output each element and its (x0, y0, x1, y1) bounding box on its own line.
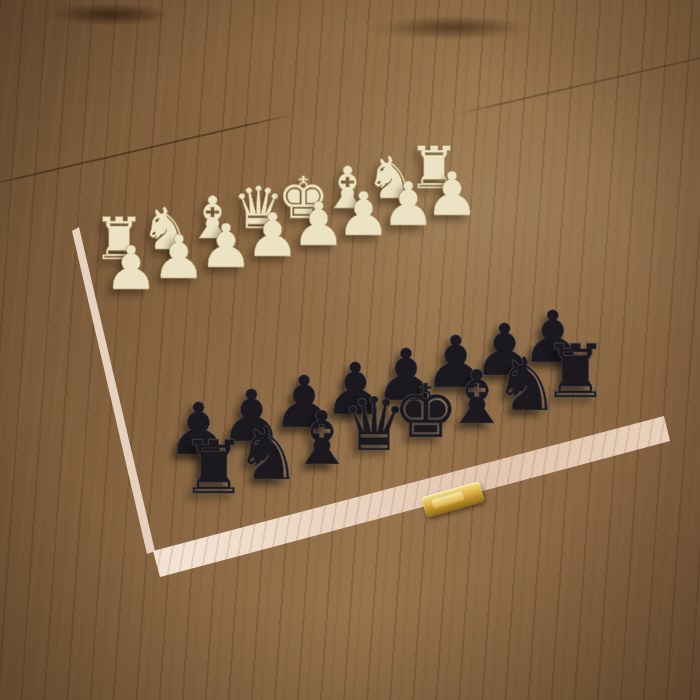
brass-clasp-plate (430, 490, 466, 510)
wood-knot (60, 4, 170, 26)
wood-knot (390, 16, 520, 38)
piece-white-pawn[interactable]: ♟ (104, 237, 158, 297)
piece-white-pawn[interactable]: ♟ (425, 163, 479, 223)
piece-white-pawn[interactable]: ♟ (152, 226, 206, 286)
piece-black-rook[interactable]: ♜ (542, 335, 608, 409)
product-photo: aa88bb77cc66dd55ee44ff33gg22hh11 ♜♞♝♛♚♝♞… (0, 0, 700, 700)
